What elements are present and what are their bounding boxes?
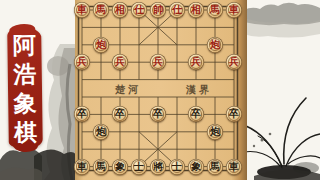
piece-black-general[interactable]: 將 [150, 159, 166, 175]
piece-black-advisor[interactable]: 士 [131, 159, 147, 175]
piece-black-advisor[interactable]: 士 [169, 159, 185, 175]
piece-red-soldier[interactable]: 兵 [74, 54, 90, 70]
piece-label: 象 [112, 159, 128, 175]
banner-character: 象 [8, 88, 42, 116]
piece-red-horse[interactable]: 馬 [207, 2, 223, 18]
xiangqi-board: 楚河 漢界 車馬相仕帥仕相馬車炮炮兵兵兵兵兵卒卒卒卒卒炮炮車馬象士將士象馬車 [75, 0, 247, 180]
ink-mountains [244, 0, 320, 44]
piece-label: 兵 [226, 54, 242, 70]
piece-label: 車 [226, 2, 242, 18]
piece-black-soldier[interactable]: 卒 [150, 106, 166, 122]
piece-label: 卒 [74, 106, 90, 122]
piece-red-horse[interactable]: 馬 [93, 2, 109, 18]
piece-red-chariot[interactable]: 車 [226, 2, 242, 18]
piece-black-soldier[interactable]: 卒 [188, 106, 204, 122]
piece-red-soldier[interactable]: 兵 [112, 54, 128, 70]
piece-label: 象 [188, 159, 204, 175]
banner-character: 棋 [8, 117, 42, 145]
piece-black-horse[interactable]: 馬 [207, 159, 223, 175]
piece-label: 馬 [93, 159, 109, 175]
piece-label: 馬 [207, 159, 223, 175]
piece-black-chariot[interactable]: 車 [74, 159, 90, 175]
piece-red-soldier[interactable]: 兵 [226, 54, 242, 70]
piece-label: 相 [112, 2, 128, 18]
piece-red-soldier[interactable]: 兵 [150, 54, 166, 70]
piece-label: 將 [150, 159, 166, 175]
piece-black-soldier[interactable]: 卒 [112, 106, 128, 122]
piece-red-soldier[interactable]: 兵 [188, 54, 204, 70]
piece-red-advisor[interactable]: 仕 [169, 2, 185, 18]
piece-black-elephant[interactable]: 象 [188, 159, 204, 175]
piece-label: 帥 [150, 2, 166, 18]
banner-character: 阿 [7, 30, 41, 58]
piece-black-cannon[interactable]: 炮 [93, 124, 109, 140]
piece-red-cannon[interactable]: 炮 [207, 37, 223, 53]
piece-label: 兵 [150, 54, 166, 70]
piece-label: 炮 [93, 37, 109, 53]
piece-red-advisor[interactable]: 仕 [131, 2, 147, 18]
piece-label: 卒 [112, 106, 128, 122]
piece-layer: 車馬相仕帥仕相馬車炮炮兵兵兵兵兵卒卒卒卒卒炮炮車馬象士將士象馬車 [73, 1, 244, 175]
piece-label: 士 [131, 159, 147, 175]
piece-black-horse[interactable]: 馬 [93, 159, 109, 175]
piece-label: 卒 [150, 106, 166, 122]
piece-black-elephant[interactable]: 象 [112, 159, 128, 175]
piece-label: 炮 [207, 124, 223, 140]
piece-red-elephant[interactable]: 相 [188, 2, 204, 18]
piece-label: 車 [74, 159, 90, 175]
piece-black-chariot[interactable]: 車 [226, 159, 242, 175]
piece-label: 士 [169, 159, 185, 175]
piece-label: 車 [74, 2, 90, 18]
piece-label: 卒 [188, 106, 204, 122]
piece-label: 馬 [93, 2, 109, 18]
piece-label: 車 [226, 159, 242, 175]
piece-label: 兵 [74, 54, 90, 70]
piece-label: 兵 [188, 54, 204, 70]
piece-black-soldier[interactable]: 卒 [74, 106, 90, 122]
piece-label: 仕 [131, 2, 147, 18]
piece-label: 馬 [207, 2, 223, 18]
banner-character: 浩 [8, 59, 42, 87]
piece-red-chariot[interactable]: 車 [74, 2, 90, 18]
channel-banner: 阿 浩 象 棋 [7, 27, 43, 149]
video-thumbnail: 阿 浩 象 棋 [0, 0, 320, 180]
piece-label: 炮 [207, 37, 223, 53]
piece-label: 炮 [93, 124, 109, 140]
piece-black-cannon[interactable]: 炮 [207, 124, 223, 140]
piece-label: 卒 [226, 106, 242, 122]
ink-orchid-plant [242, 84, 320, 180]
piece-black-soldier[interactable]: 卒 [226, 106, 242, 122]
piece-label: 相 [188, 2, 204, 18]
piece-red-cannon[interactable]: 炮 [93, 37, 109, 53]
piece-label: 仕 [169, 2, 185, 18]
piece-label: 兵 [112, 54, 128, 70]
piece-red-elephant[interactable]: 相 [112, 2, 128, 18]
piece-red-general[interactable]: 帥 [150, 2, 166, 18]
